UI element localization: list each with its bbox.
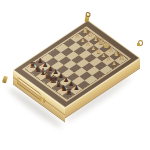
front-latch xyxy=(43,97,45,104)
chess-set-photo: ♜♟♟♜♞♟♟♞♝♟♟♝♛♟♟♛♚♟♟♚♝♟♟♝♞♟♟♞♜♟♟♜ xyxy=(0,0,150,150)
brass-latch xyxy=(2,76,7,84)
brass-ring xyxy=(138,40,143,46)
board-square: ♜ xyxy=(62,91,75,100)
